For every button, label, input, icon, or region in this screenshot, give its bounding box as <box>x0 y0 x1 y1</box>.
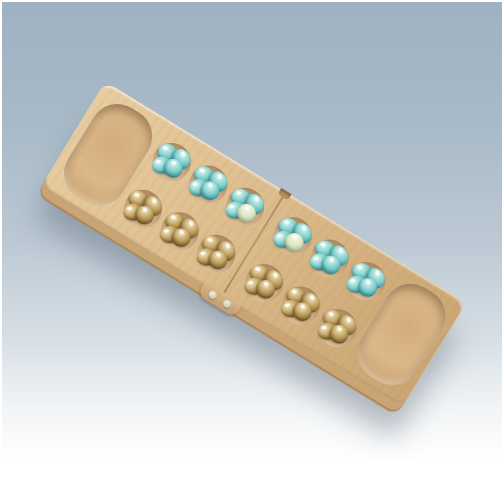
hinge-pin-icon <box>206 289 218 301</box>
board-wrapper <box>41 81 466 407</box>
hinge-pin-icon <box>221 298 233 310</box>
mancala-board <box>41 81 466 407</box>
photo-background <box>0 0 504 504</box>
